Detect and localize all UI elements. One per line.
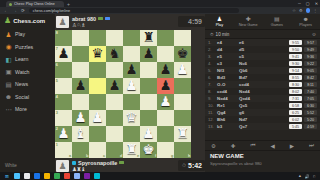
white-pawn[interactable]: ♟	[174, 61, 191, 77]
social-icon: ☻	[5, 93, 12, 100]
square-b5[interactable]: ♟	[72, 78, 89, 94]
square-b3[interactable]: ♟	[72, 110, 89, 126]
time-control-label: 10 min	[216, 32, 230, 37]
move-row[interactable]: 12.Bh6Nd76:025:20	[205, 116, 320, 123]
move-row[interactable]: 9.Nxd4Qxd47:317:05	[205, 95, 320, 102]
white-pawn[interactable]: ♟	[123, 77, 140, 93]
square-d1[interactable]: d	[106, 142, 123, 158]
black-pawn[interactable]: ♟	[157, 61, 174, 77]
prev-move-icon[interactable]: ◀	[271, 143, 275, 149]
black-pawn[interactable]: ♟	[123, 61, 140, 77]
sidebar-item-play[interactable]: ♟Play	[0, 28, 55, 41]
new-game-button[interactable]: NEW GAME	[210, 153, 315, 159]
square-c2[interactable]	[89, 126, 106, 142]
player-avatar[interactable]: ♟	[56, 160, 69, 172]
white-pawn[interactable]: ♟	[140, 125, 157, 141]
learn-icon: ◧	[5, 56, 12, 63]
move-list: 1.e4e69:559:572.d4d59:509:493.e5c59:419:…	[205, 39, 320, 140]
black-king[interactable]: ♚	[174, 45, 191, 61]
sidebar: ♟ Chess.com ♟Play◉Puzzles◧Learn▣Watch▤Ne…	[0, 14, 55, 172]
black-pawn[interactable]: ♟	[106, 77, 123, 93]
move-row[interactable]: 4.c3Nc69:309:22	[205, 60, 320, 67]
square-a8[interactable]: 8	[55, 30, 72, 46]
puzzles-icon: ◉	[5, 43, 12, 50]
square-g3[interactable]	[157, 110, 174, 126]
square-c6[interactable]	[89, 62, 106, 78]
browser-menu-icon[interactable]: ⋮	[313, 8, 317, 13]
black-queen[interactable]: ♛	[89, 45, 106, 61]
gear-icon[interactable]: ⚙	[312, 32, 316, 37]
square-d2[interactable]	[106, 126, 123, 142]
opponent-name[interactable]: abrat 980	[72, 16, 96, 22]
square-b8[interactable]	[72, 30, 89, 46]
square-e2[interactable]	[123, 126, 140, 142]
square-b2[interactable]: ♝	[72, 126, 89, 142]
square-c1[interactable]: c	[89, 142, 106, 158]
sidebar-item-watch[interactable]: ▣Watch	[0, 66, 55, 79]
black-pawn[interactable]: ♟	[72, 77, 89, 93]
square-d6[interactable]	[106, 62, 123, 78]
sidebar-item-news[interactable]: ▤News	[0, 78, 55, 91]
square-c4[interactable]	[89, 94, 106, 110]
opponent-clock: 4:59	[178, 16, 205, 27]
square-f3[interactable]	[140, 110, 157, 126]
first-move-icon[interactable]: ⏮	[251, 142, 256, 149]
extensions-icon[interactable]: ⚙	[299, 8, 303, 13]
black-knight[interactable]: ♞	[106, 45, 123, 61]
square-e6[interactable]: ♟	[123, 62, 140, 78]
tab-title: Chess: Play Chess Online	[14, 2, 55, 6]
opponent-bar: ♟ abrat 980 ♙♘♗ 4:59	[55, 14, 205, 30]
square-h1[interactable]: h	[174, 142, 191, 158]
move-row[interactable]: 3.e5c59:419:36	[205, 53, 320, 60]
square-a5[interactable]: 5	[55, 78, 72, 94]
chess-page: ♟ Chess.com ♟Play◉Puzzles◧Learn▣Watch▤Ne…	[0, 14, 320, 172]
taskbar-app-icon-0[interactable]	[14, 173, 20, 179]
white-pawn[interactable]: ♟	[55, 125, 72, 141]
more-icon: ⋯	[5, 106, 12, 113]
square-g6[interactable]: ♟	[157, 62, 174, 78]
white-queen[interactable]: ♛	[123, 109, 140, 125]
white-rook[interactable]: ♜	[123, 141, 140, 157]
bookmark-star-icon[interactable]: ☆	[292, 8, 296, 13]
square-b4[interactable]	[72, 94, 89, 110]
clock-icon: ⏱	[182, 162, 186, 169]
square-g5[interactable]: ♟	[157, 78, 174, 94]
move-row[interactable]: 6.Bd3Bd78:558:42	[205, 74, 320, 81]
opponent-avatar[interactable]: ♟	[56, 16, 69, 28]
panel-tabs: ♟Play✚New Game▤Games☻Players	[205, 14, 320, 30]
panel-footer: NEW GAME Spyrosnapoille vs abrat 980	[205, 150, 320, 172]
back-icon[interactable]: ←	[4, 8, 9, 13]
white-pawn[interactable]: ♟	[157, 93, 174, 109]
close-button[interactable]: ✕	[315, 1, 318, 6]
square-a6[interactable]: 6	[55, 62, 72, 78]
square-h2[interactable]: ♜	[174, 126, 191, 142]
square-d3[interactable]	[106, 110, 123, 126]
move-row[interactable]: 8.cxd4Nxd48:027:40	[205, 88, 320, 95]
move-row[interactable]: 1.e4e69:559:57	[205, 39, 320, 46]
sidebar-item-learn[interactable]: ◧Learn	[0, 53, 55, 66]
square-f1[interactable]: f♚	[140, 142, 157, 158]
timer-icon: ⏱	[210, 32, 214, 37]
rank-label: 8	[56, 31, 58, 35]
logo-text: Chess.com	[13, 18, 45, 24]
maximize-button[interactable]: ▢	[306, 1, 310, 6]
square-e4[interactable]	[123, 94, 140, 110]
square-a1[interactable]: 1a	[55, 142, 72, 158]
minimize-button[interactable]: ─	[298, 1, 301, 6]
square-d4[interactable]	[106, 94, 123, 110]
browser-chrome: Chess: Play Chess Online + ─ ▢ ✕ ← → ⟳ c…	[0, 0, 320, 14]
rank-label: 6	[56, 63, 58, 67]
player-clock: ⏱ 5:42	[178, 160, 205, 171]
sidebar-item-more[interactable]: ⋯More	[0, 103, 55, 116]
taskbar-app-icon-2[interactable]	[34, 173, 40, 179]
taskbar-app-icon-5[interactable]	[64, 173, 70, 179]
sidebar-footer-label: White	[5, 163, 17, 168]
system-tray: ▲🔊⚐	[298, 174, 316, 179]
square-b6[interactable]	[72, 62, 89, 78]
square-e3[interactable]: ♛	[123, 110, 140, 126]
sidebar-item-social[interactable]: ☻Social	[0, 91, 55, 104]
player-captured-pieces: ♟♜♝	[72, 167, 124, 172]
panel-tab-players[interactable]: ☻Players	[291, 14, 320, 29]
add-icon[interactable]: ✚	[231, 143, 236, 149]
square-h5[interactable]	[174, 78, 191, 94]
square-e7[interactable]	[123, 46, 140, 62]
url-text: chess.com/play/online	[33, 9, 70, 13]
move-row[interactable]: 2.d4d59:509:49	[205, 46, 320, 53]
move-controls: ⚙✚⏮◀▶⏭	[205, 140, 320, 150]
player-bar: ♟ Spyrosnapoille ♟♜♝ ⏱ 5:42	[55, 158, 205, 172]
square-g2[interactable]	[157, 126, 174, 142]
square-c7[interactable]: ♛	[89, 46, 106, 62]
white-king[interactable]: ♚	[140, 141, 157, 157]
taskbar-app-icon-6[interactable]	[74, 173, 80, 179]
square-c5[interactable]	[89, 78, 106, 94]
square-f8[interactable]: ♜	[140, 30, 157, 46]
black-rook[interactable]: ♜	[140, 29, 157, 45]
square-h4[interactable]	[174, 94, 191, 110]
square-c3[interactable]: ♟	[89, 110, 106, 126]
white-pawn[interactable]: ♟	[89, 109, 106, 125]
rank-label: 5	[56, 79, 58, 83]
move-row[interactable]: 10.Re1Qc56:586:30	[205, 102, 320, 109]
rank-label: 3	[56, 111, 58, 115]
square-b1[interactable]: b	[72, 142, 89, 158]
square-a7[interactable]: 7♟	[55, 46, 72, 62]
logo-pawn-icon: ♟	[4, 17, 11, 25]
sidebar-item-puzzles[interactable]: ◉Puzzles	[0, 41, 55, 54]
move-row[interactable]: 5.Nf3Qb69:149:05	[205, 67, 320, 74]
player-membership-icon	[72, 161, 76, 165]
square-h6[interactable]: ♟	[174, 62, 191, 78]
rank-label: 1	[56, 143, 58, 147]
reload-icon[interactable]: ⟳	[21, 8, 25, 13]
panel-tab-play[interactable]: ♟Play	[205, 14, 234, 29]
square-h3[interactable]	[174, 110, 191, 126]
opponent-flag-icon	[98, 17, 103, 21]
rank-label: 4	[56, 95, 58, 99]
square-f4[interactable]	[140, 94, 157, 110]
tray-icon[interactable]: ▲	[298, 174, 302, 178]
taskbar-app-icon-1[interactable]	[24, 173, 30, 179]
square-f5[interactable]	[140, 78, 157, 94]
chess-board[interactable]: 8♜7♟♛♞♟♚6♟♟♟5♟♟♟♟4♟3♟♟♛2♟♝♟♜1abcde♜f♚gh	[55, 30, 191, 158]
square-h8[interactable]	[174, 30, 191, 46]
square-e8[interactable]	[123, 30, 140, 46]
white-bishop[interactable]: ♝	[72, 125, 89, 141]
matchup-text: Spyrosnapoille vs abrat 980	[210, 161, 315, 166]
move-row[interactable]: 11.Qg4g66:255:52	[205, 109, 320, 116]
play-icon: ♟	[5, 31, 12, 38]
opponent-captured-pieces: ♙♘♗	[72, 23, 110, 28]
white-rook[interactable]: ♜	[174, 125, 191, 141]
watch-icon: ▣	[5, 68, 12, 75]
url-field[interactable]: chess.com/play/online	[29, 8, 239, 13]
black-pawn[interactable]: ♟	[157, 77, 174, 93]
square-a2[interactable]: 2♟	[55, 126, 72, 142]
square-d8[interactable]	[106, 30, 123, 46]
forward-icon[interactable]: →	[13, 8, 18, 13]
game-panel: ♟Play✚New Game▤Games☻Players ⏱ 10 min ⚙ …	[205, 14, 320, 172]
square-b7[interactable]	[72, 46, 89, 62]
last-move-icon[interactable]: ⏭	[309, 142, 314, 149]
tray-icon[interactable]: ⚐	[313, 174, 316, 179]
square-d7[interactable]: ♞	[106, 46, 123, 62]
black-pawn[interactable]: ♟	[55, 45, 72, 61]
opponent-title-icon	[105, 17, 110, 21]
taskbar-app-icon-4[interactable]	[54, 173, 60, 179]
black-pawn[interactable]: ♟	[140, 45, 157, 61]
move-row[interactable]: 7.O-Ocxd48:308:11	[205, 81, 320, 88]
taskbar-app-icon-8[interactable]	[94, 173, 100, 179]
player-name[interactable]: Spyrosnapoille	[78, 160, 117, 166]
next-move-icon[interactable]: ▶	[290, 143, 294, 149]
taskbar-app-icon-3[interactable]	[44, 173, 50, 179]
panel-tab-games[interactable]: ▤Games	[263, 14, 292, 29]
square-f2[interactable]: ♟	[140, 126, 157, 142]
panel-tab-new-game[interactable]: ✚New Game	[234, 14, 263, 29]
square-e1[interactable]: e♜	[123, 142, 140, 158]
square-g1[interactable]: g	[157, 142, 174, 158]
player-flag-icon	[119, 161, 124, 165]
square-a3[interactable]: 3	[55, 110, 72, 126]
white-pawn[interactable]: ♟	[72, 109, 89, 125]
address-bar: ← → ⟳ chess.com/play/online ☆ ⚙ ⋮	[0, 7, 320, 14]
square-e5[interactable]: ♟	[123, 78, 140, 94]
square-h7[interactable]: ♚	[174, 46, 191, 62]
taskbar-app-icon-7[interactable]	[84, 173, 90, 179]
move-row[interactable]: 13.b3Qc75:454:59	[205, 123, 320, 130]
news-icon: ▤	[5, 81, 12, 88]
browser-tab-bar: Chess: Play Chess Online + ─ ▢ ✕	[0, 0, 320, 7]
square-g8[interactable]	[157, 30, 174, 46]
square-g7[interactable]	[157, 46, 174, 62]
tab-favicon	[9, 3, 12, 6]
browser-profile-avatar[interactable]	[306, 8, 311, 13]
chesscom-logo[interactable]: ♟ Chess.com	[0, 14, 55, 28]
windows-taskbar: ⊞ ▲🔊⚐	[0, 172, 320, 180]
settings-icon[interactable]: ⚙	[211, 143, 216, 149]
square-a4[interactable]: 4	[55, 94, 72, 110]
square-f6[interactable]	[140, 62, 157, 78]
tray-icon[interactable]: 🔊	[305, 174, 310, 179]
square-f7[interactable]: ♟	[140, 46, 157, 62]
square-c8[interactable]	[89, 30, 106, 46]
square-g4[interactable]: ♟	[157, 94, 174, 110]
time-control-header[interactable]: ⏱ 10 min ⚙	[205, 30, 320, 39]
square-d5[interactable]: ♟	[106, 78, 123, 94]
